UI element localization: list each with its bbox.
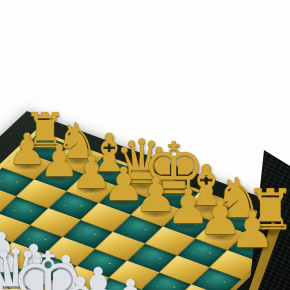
pawn-glyph: ♟	[230, 200, 275, 258]
knight-glyph: ♞	[85, 278, 141, 290]
pawn-glyph: ♟	[138, 280, 187, 290]
photo-stage: ♜♞♝♛♚♝♞♜♟♟♟♟♟♟♟♟♟♟♟♟♟♟♟♟♜♞♝♛♚♝♞♜	[0, 0, 290, 290]
chess-piece-gold-pawn-h7: ♟	[230, 204, 275, 254]
pieces-layer: ♜♞♝♛♚♝♞♜♟♟♟♟♟♟♟♟♟♟♟♟♟♟♟♟♜♞♝♛♚♝♞♜	[0, 0, 290, 290]
